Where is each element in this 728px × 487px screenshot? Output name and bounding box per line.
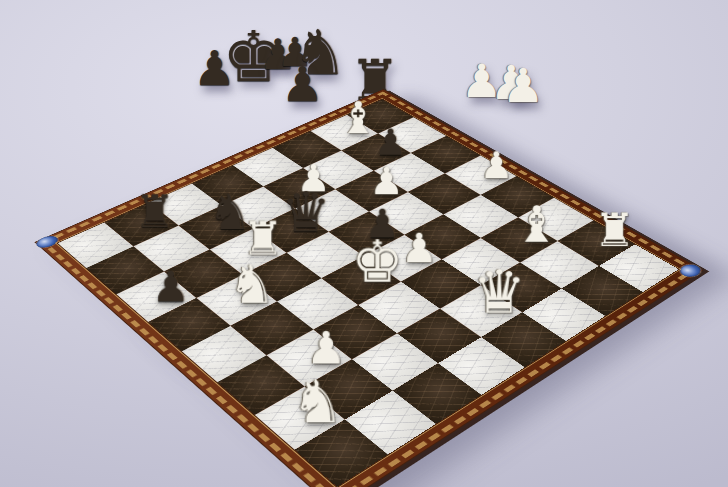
offboard-black-king: ♚ [222, 22, 285, 92]
offboard-black-pawn: ♟ [281, 60, 324, 108]
offboard-black-knight: ♞ [292, 22, 348, 84]
square-a8 [58, 222, 134, 268]
offboard-white-pawn: ♟ [502, 62, 544, 109]
offboard-white-pawn: ♟ [461, 58, 502, 104]
table-surface: ♟♚♟♟♞♟♜ ♟♟♟ ♜♝♞♟♟♟♜♛♟♞♟♟♚♟♟♝♞♛♜ [0, 0, 728, 487]
offboard-black-pawn: ♟ [193, 44, 236, 92]
corner-medallion-right [676, 262, 705, 279]
offboard-white-pawn: ♟ [490, 59, 532, 106]
offboard-black-pawn: ♟ [277, 32, 313, 72]
offboard-black-pawn: ♟ [259, 34, 297, 76]
square-a1 [295, 419, 388, 486]
white-pawn-e4: ♟ [401, 228, 437, 269]
